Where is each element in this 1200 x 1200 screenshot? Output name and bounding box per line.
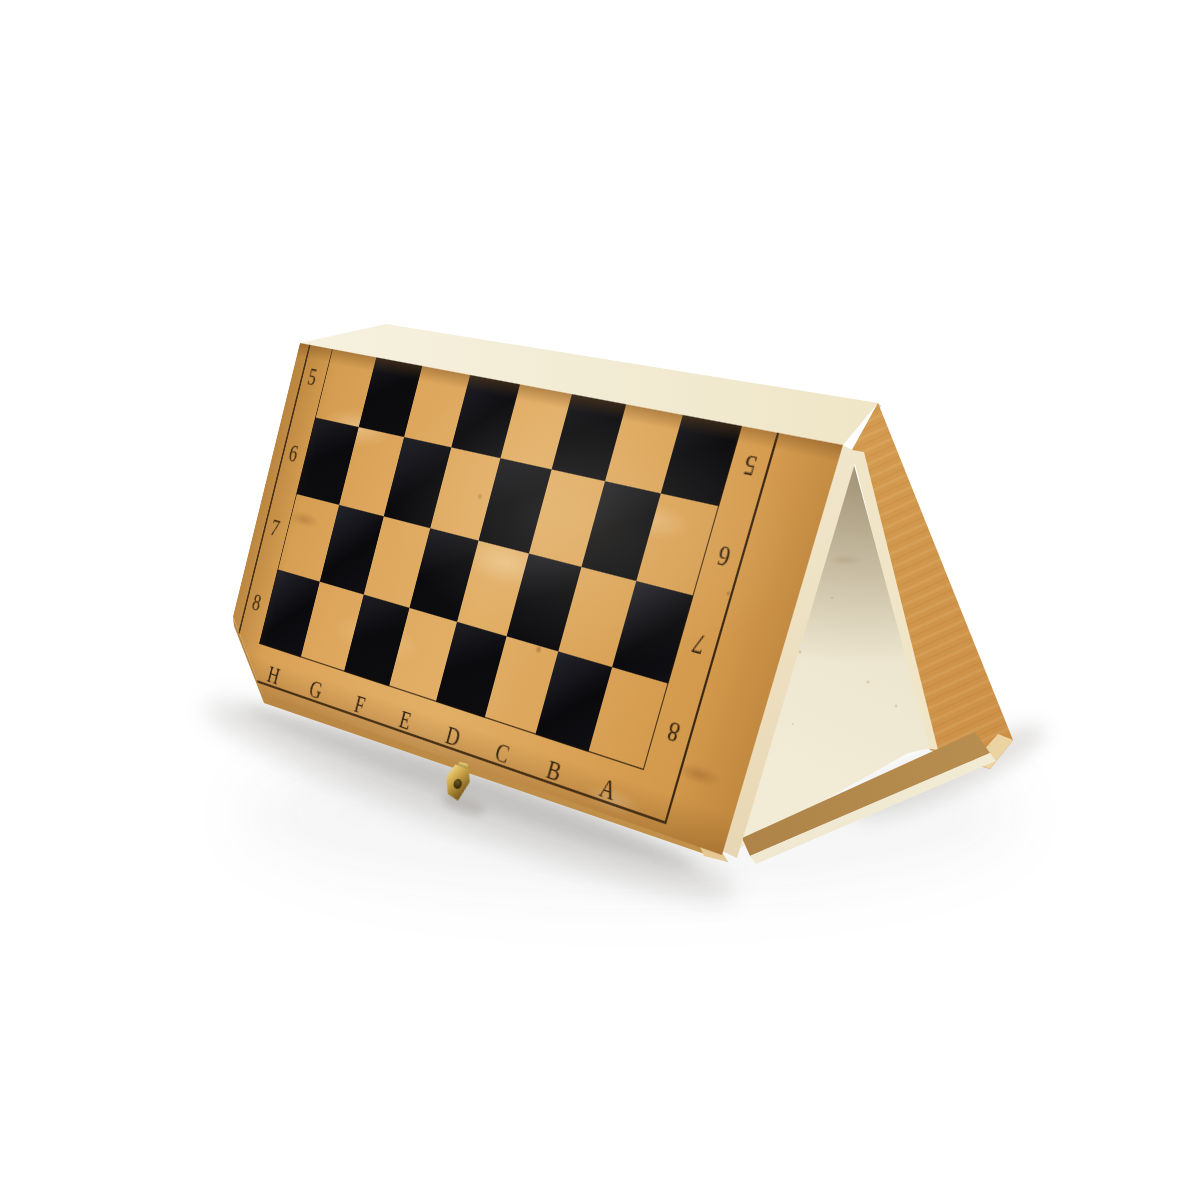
scene-folded-chess-box: 5678 5678 HGFEDCBA	[0, 0, 1200, 1200]
